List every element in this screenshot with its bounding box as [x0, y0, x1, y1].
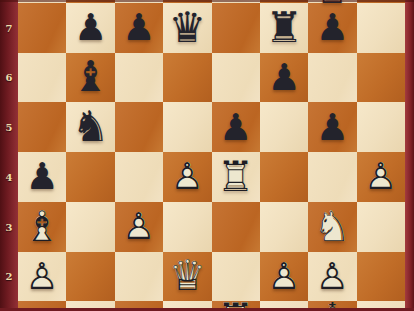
piece-white-queen[interactable]: ♛♕ — [168, 255, 206, 297]
square-f2[interactable]: ♟♙ — [260, 252, 308, 302]
square-d4[interactable]: ♟♙ — [163, 152, 211, 202]
piece-white-pawn[interactable]: ♟♙ — [171, 158, 204, 195]
square-h2[interactable] — [357, 252, 405, 302]
square-e6[interactable] — [212, 53, 260, 103]
piece-black-pawn[interactable]: ♟ — [74, 9, 107, 46]
square-b6[interactable]: ♝ — [66, 53, 114, 103]
square-a7[interactable] — [18, 3, 66, 53]
square-h4[interactable]: ♟♙ — [357, 152, 405, 202]
square-f6[interactable]: ♟ — [260, 53, 308, 103]
rank-label-7: 7 — [3, 22, 15, 33]
rank-label-5: 5 — [3, 122, 15, 133]
piece-white-pawn[interactable]: ♟♙ — [267, 258, 300, 295]
square-g5[interactable]: ♟ — [308, 102, 356, 152]
piece-white-pawn[interactable]: ♟♙ — [26, 258, 59, 295]
square-d7[interactable]: ♛ — [163, 3, 211, 53]
piece-black-queen[interactable]: ♛ — [168, 7, 206, 49]
square-d2[interactable]: ♛♕ — [163, 252, 211, 302]
piece-black-bishop[interactable]: ♝ — [72, 56, 110, 98]
square-b2[interactable] — [66, 252, 114, 302]
piece-white-pawn[interactable]: ♟♙ — [122, 208, 155, 245]
square-a4[interactable]: ♟ — [18, 152, 66, 202]
rank-label-4: 4 — [3, 171, 15, 182]
square-f4[interactable] — [260, 152, 308, 202]
square-e4[interactable]: ♜♖ — [212, 152, 260, 202]
chess-board-diagram: ♚♟♟♛♜♟♝♟♞♟♟♟♟♙♜♖♟♙♝♗♟♙♞♘♟♙♛♕♟♙♟♙♜♖♚♔ 765… — [0, 0, 414, 311]
rank-label-3: 3 — [3, 221, 15, 232]
square-e3[interactable] — [212, 202, 260, 252]
square-g6[interactable] — [308, 53, 356, 103]
square-d6[interactable] — [163, 53, 211, 103]
board: ♚♟♟♛♜♟♝♟♞♟♟♟♟♙♜♖♟♙♝♗♟♙♞♘♟♙♛♕♟♙♟♙♜♖♚♔ — [18, 0, 405, 311]
piece-white-knight[interactable]: ♞♘ — [314, 206, 352, 248]
piece-black-knight[interactable]: ♞ — [72, 106, 110, 148]
piece-black-rook[interactable]: ♜ — [265, 7, 303, 49]
board-right-border — [405, 0, 414, 311]
board-top-edge — [0, 0, 414, 2]
piece-white-rook[interactable]: ♜♖ — [217, 156, 255, 198]
square-a6[interactable] — [18, 53, 66, 103]
square-h3[interactable] — [357, 202, 405, 252]
square-e7[interactable] — [212, 3, 260, 53]
square-b3[interactable] — [66, 202, 114, 252]
piece-black-pawn[interactable]: ♟ — [316, 9, 349, 46]
rank-label-6: 6 — [3, 72, 15, 83]
board-left-border — [0, 0, 18, 311]
square-c2[interactable] — [115, 252, 163, 302]
piece-white-pawn[interactable]: ♟♙ — [364, 158, 397, 195]
piece-white-bishop[interactable]: ♝♗ — [23, 206, 61, 248]
rank-label-2: 2 — [3, 271, 15, 282]
square-c7[interactable]: ♟ — [115, 3, 163, 53]
square-e5[interactable]: ♟ — [212, 102, 260, 152]
piece-white-pawn[interactable]: ♟♙ — [316, 258, 349, 295]
square-b4[interactable] — [66, 152, 114, 202]
piece-black-pawn[interactable]: ♟ — [267, 59, 300, 96]
square-d5[interactable] — [163, 102, 211, 152]
square-d3[interactable] — [163, 202, 211, 252]
square-c5[interactable] — [115, 102, 163, 152]
square-a2[interactable]: ♟♙ — [18, 252, 66, 302]
square-c3[interactable]: ♟♙ — [115, 202, 163, 252]
square-h7[interactable] — [357, 3, 405, 53]
square-b5[interactable]: ♞ — [66, 102, 114, 152]
square-a5[interactable] — [18, 102, 66, 152]
square-c4[interactable] — [115, 152, 163, 202]
square-h5[interactable] — [357, 102, 405, 152]
piece-black-pawn[interactable]: ♟ — [219, 109, 252, 146]
square-f3[interactable] — [260, 202, 308, 252]
square-g3[interactable]: ♞♘ — [308, 202, 356, 252]
square-h6[interactable] — [357, 53, 405, 103]
piece-black-pawn[interactable]: ♟ — [122, 9, 155, 46]
piece-black-pawn[interactable]: ♟ — [316, 109, 349, 146]
piece-black-pawn[interactable]: ♟ — [26, 158, 59, 195]
square-b7[interactable]: ♟ — [66, 3, 114, 53]
square-a3[interactable]: ♝♗ — [18, 202, 66, 252]
square-c6[interactable] — [115, 53, 163, 103]
square-f7[interactable]: ♜ — [260, 3, 308, 53]
square-g4[interactable] — [308, 152, 356, 202]
square-f5[interactable] — [260, 102, 308, 152]
